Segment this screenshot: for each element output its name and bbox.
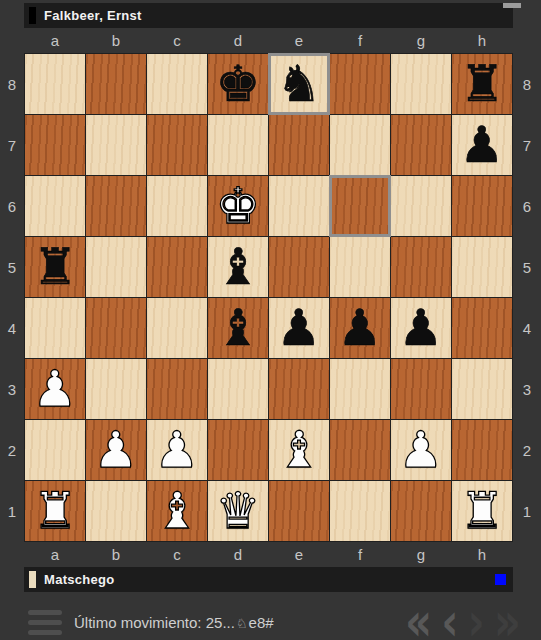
rank-label-4: 4 [513, 298, 541, 358]
black-rook[interactable]: ♜ [33, 242, 78, 292]
white-color-indicator [29, 571, 36, 588]
square-a4[interactable] [25, 298, 85, 358]
white-pawn[interactable]: ♟ [155, 425, 200, 475]
file-label-h: h [452, 546, 512, 563]
square-a7[interactable] [25, 115, 85, 175]
file-label-g: g [391, 32, 451, 49]
rank-label-3: 3 [0, 359, 24, 419]
square-b2[interactable]: ♟ [86, 420, 146, 480]
square-c6[interactable] [147, 176, 207, 236]
rank-label-5: 5 [513, 237, 541, 297]
blue-status-square [495, 574, 506, 585]
square-f1[interactable] [330, 481, 390, 541]
square-d1[interactable]: ♛ [208, 481, 268, 541]
file-label-c: c [147, 32, 207, 49]
file-label-e: e [269, 32, 329, 49]
square-f7[interactable] [330, 115, 390, 175]
scrollbar-fragment [503, 3, 521, 8]
square-a3[interactable]: ♟ [25, 359, 85, 419]
rank-label-2: 2 [0, 420, 24, 480]
black-pawn[interactable]: ♟ [399, 303, 444, 353]
square-b7[interactable] [86, 115, 146, 175]
square-a1[interactable]: ♜ [25, 481, 85, 541]
square-g8[interactable] [391, 54, 451, 114]
file-label-f: f [330, 32, 390, 49]
square-f2[interactable] [330, 420, 390, 480]
black-pawn[interactable]: ♟ [277, 303, 322, 353]
square-h2[interactable] [452, 420, 512, 480]
square-b5[interactable] [86, 237, 146, 297]
square-e7[interactable] [269, 115, 329, 175]
square-e4[interactable]: ♟ [269, 298, 329, 358]
square-c5[interactable] [147, 237, 207, 297]
black-rook[interactable]: ♜ [460, 59, 505, 109]
chess-app: Falkbeer, Ernst abcdefgh 87654321 ♚♞♜♟♚♜… [0, 3, 541, 640]
square-f3[interactable] [330, 359, 390, 419]
square-a8[interactable] [25, 54, 85, 114]
square-h1[interactable]: ♜ [452, 481, 512, 541]
file-label-h: h [452, 32, 512, 49]
square-g7[interactable] [391, 115, 451, 175]
square-c2[interactable]: ♟ [147, 420, 207, 480]
file-labels-bottom: abcdefgh [25, 542, 541, 567]
square-e2[interactable]: ♝ [269, 420, 329, 480]
board-wrap: 87654321 ♚♞♜♟♚♜♝♝♟♟♟♟♟♟♝♟♜♝♛♜ 87654321 [0, 53, 541, 542]
rank-label-4: 4 [0, 298, 24, 358]
square-g5[interactable] [391, 237, 451, 297]
last-move-label: Último movimiento: 25... [74, 614, 235, 631]
rank-label-5: 5 [0, 237, 24, 297]
last-move-status: Último movimiento: 25... ♘ e8# [74, 614, 274, 631]
square-c1[interactable]: ♝ [147, 481, 207, 541]
square-a6[interactable] [25, 176, 85, 236]
nav-next-button[interactable]: › [466, 596, 487, 640]
player-bar-bottom: Matschego [24, 567, 513, 592]
square-g3[interactable] [391, 359, 451, 419]
square-d2[interactable] [208, 420, 268, 480]
square-g4[interactable]: ♟ [391, 298, 451, 358]
rank-labels-right: 87654321 [513, 53, 541, 542]
square-c4[interactable] [147, 298, 207, 358]
move-navigation: «‹›» [403, 601, 523, 640]
black-knight[interactable]: ♞ [277, 59, 322, 109]
square-f5[interactable] [330, 237, 390, 297]
file-label-d: d [208, 546, 268, 563]
white-bishop[interactable]: ♝ [155, 486, 200, 536]
white-rook[interactable]: ♜ [33, 486, 78, 536]
square-a2[interactable] [25, 420, 85, 480]
black-pawn[interactable]: ♟ [338, 303, 383, 353]
knight-figurine-icon: ♘ [236, 616, 248, 631]
square-h5[interactable] [452, 237, 512, 297]
white-king[interactable]: ♚ [216, 181, 261, 231]
square-b1[interactable] [86, 481, 146, 541]
square-h8[interactable]: ♜ [452, 54, 512, 114]
last-move-san: e8# [249, 614, 274, 631]
file-label-a: a [25, 546, 85, 563]
square-e5[interactable] [269, 237, 329, 297]
rank-labels-left: 87654321 [0, 53, 24, 542]
rank-label-1: 1 [0, 481, 24, 541]
file-label-b: b [86, 546, 146, 563]
file-label-d: d [208, 32, 268, 49]
nav-first-button[interactable]: « [403, 596, 434, 640]
square-f4[interactable]: ♟ [330, 298, 390, 358]
square-h3[interactable] [452, 359, 512, 419]
square-c8[interactable] [147, 54, 207, 114]
square-b8[interactable] [86, 54, 146, 114]
file-label-f: f [330, 546, 390, 563]
square-d5[interactable]: ♝ [208, 237, 268, 297]
rank-label-7: 7 [0, 115, 24, 175]
square-f8[interactable] [330, 54, 390, 114]
square-h6[interactable] [452, 176, 512, 236]
file-label-e: e [269, 546, 329, 563]
player-name-top: Falkbeer, Ernst [44, 8, 142, 23]
rank-label-8: 8 [0, 54, 24, 114]
square-e1[interactable] [269, 481, 329, 541]
square-f6[interactable] [330, 176, 390, 236]
square-b4[interactable] [86, 298, 146, 358]
square-b6[interactable] [86, 176, 146, 236]
rank-label-6: 6 [513, 176, 541, 236]
square-h4[interactable] [452, 298, 512, 358]
file-label-a: a [25, 32, 85, 49]
player-bar-top: Falkbeer, Ernst [24, 3, 513, 28]
square-e8[interactable]: ♞ [269, 54, 329, 114]
player-name-bottom: Matschego [44, 572, 115, 587]
square-b3[interactable] [86, 359, 146, 419]
file-label-b: b [86, 32, 146, 49]
square-d4[interactable]: ♝ [208, 298, 268, 358]
square-d7[interactable] [208, 115, 268, 175]
square-g6[interactable] [391, 176, 451, 236]
menu-icon[interactable] [28, 610, 62, 635]
file-labels-top: abcdefgh [25, 28, 541, 53]
black-color-indicator [29, 7, 36, 24]
rank-label-3: 3 [513, 359, 541, 419]
nav-last-button[interactable]: » [492, 596, 523, 640]
square-c7[interactable] [147, 115, 207, 175]
square-h7[interactable]: ♟ [452, 115, 512, 175]
square-c3[interactable] [147, 359, 207, 419]
white-queen[interactable]: ♛ [216, 486, 261, 536]
square-d3[interactable] [208, 359, 268, 419]
square-e3[interactable] [269, 359, 329, 419]
white-rook[interactable]: ♜ [460, 486, 505, 536]
rank-label-2: 2 [513, 420, 541, 480]
black-king[interactable]: ♚ [216, 59, 261, 109]
file-label-c: c [147, 546, 207, 563]
white-pawn[interactable]: ♟ [94, 425, 139, 475]
file-label-g: g [391, 546, 451, 563]
white-pawn[interactable]: ♟ [399, 425, 444, 475]
controls-bar: Último movimiento: 25... ♘ e8# «‹›» [0, 597, 541, 640]
rank-label-6: 6 [0, 176, 24, 236]
white-pawn[interactable]: ♟ [33, 364, 78, 414]
rank-label-7: 7 [513, 115, 541, 175]
square-e6[interactable] [269, 176, 329, 236]
black-pawn[interactable]: ♟ [460, 120, 505, 170]
white-bishop[interactable]: ♝ [277, 425, 322, 475]
square-g1[interactable] [391, 481, 451, 541]
nav-previous-button[interactable]: ‹ [439, 596, 460, 640]
rank-label-1: 1 [513, 481, 541, 541]
chess-board: ♚♞♜♟♚♜♝♝♟♟♟♟♟♟♝♟♜♝♛♜ [24, 53, 513, 542]
square-g2[interactable]: ♟ [391, 420, 451, 480]
square-d6[interactable]: ♚ [208, 176, 268, 236]
square-a5[interactable]: ♜ [25, 237, 85, 297]
rank-label-8: 8 [513, 54, 541, 114]
square-d8[interactable]: ♚ [208, 54, 268, 114]
black-bishop[interactable]: ♝ [216, 303, 261, 353]
black-bishop[interactable]: ♝ [216, 242, 261, 292]
